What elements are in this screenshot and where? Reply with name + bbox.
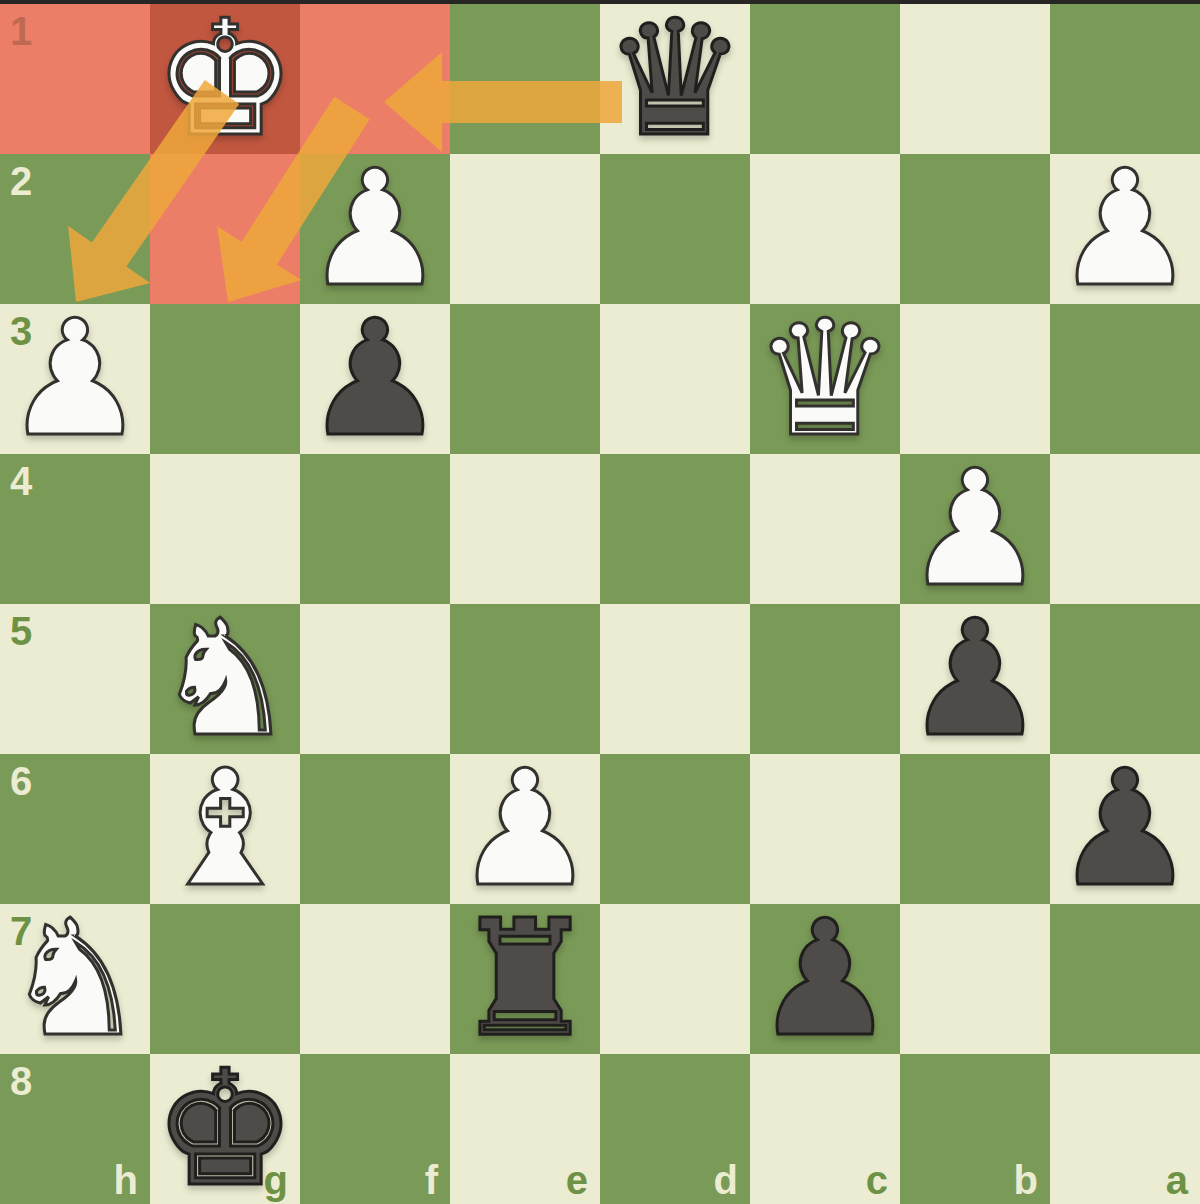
square-b8[interactable]: b [900,1054,1050,1204]
square-a7[interactable] [1050,904,1200,1054]
square-g1[interactable]: ♚ [150,4,300,154]
square-h1[interactable]: 1 [0,4,150,154]
white-pawn[interactable]: ♟ [0,304,150,454]
square-e1[interactable] [450,4,600,154]
square-h5[interactable]: 5 [0,604,150,754]
square-g7[interactable] [150,904,300,1054]
square-b2[interactable] [900,154,1050,304]
black-pawn[interactable]: ♟ [1050,754,1200,904]
square-g5[interactable]: ♞ [150,604,300,754]
file-label-b: b [1014,1160,1038,1200]
white-pawn[interactable]: ♟ [450,754,600,904]
square-d7[interactable] [600,904,750,1054]
square-c1[interactable] [750,4,900,154]
square-b4[interactable]: ♟ [900,454,1050,604]
square-d2[interactable] [600,154,750,304]
white-pawn[interactable]: ♟ [900,454,1050,604]
white-pawn[interactable]: ♟ [300,154,450,304]
square-d6[interactable] [600,754,750,904]
square-a5[interactable] [1050,604,1200,754]
square-f7[interactable] [300,904,450,1054]
square-h6[interactable]: 6 [0,754,150,904]
square-g6[interactable]: ♝ [150,754,300,904]
square-h7[interactable]: 7♞ [0,904,150,1054]
square-f6[interactable] [300,754,450,904]
square-b6[interactable] [900,754,1050,904]
square-e6[interactable]: ♟ [450,754,600,904]
square-e3[interactable] [450,304,600,454]
square-c5[interactable] [750,604,900,754]
white-king[interactable]: ♚ [150,4,300,154]
chess-board: 1♚♛2♟♟3♟♟♛4♟5♞♟6♝♟♟7♞♜♟8hg♚fedcba [0,4,1200,1204]
black-pawn[interactable]: ♟ [300,304,450,454]
file-label-h: h [114,1160,138,1200]
square-e7[interactable]: ♜ [450,904,600,1054]
square-g2[interactable] [150,154,300,304]
square-a6[interactable]: ♟ [1050,754,1200,904]
square-e5[interactable] [450,604,600,754]
file-label-f: f [425,1160,438,1200]
square-f4[interactable] [300,454,450,604]
square-e2[interactable] [450,154,600,304]
square-d4[interactable] [600,454,750,604]
square-a2[interactable]: ♟ [1050,154,1200,304]
file-label-d: d [714,1160,738,1200]
white-queen[interactable]: ♛ [750,304,900,454]
square-a4[interactable] [1050,454,1200,604]
square-c2[interactable] [750,154,900,304]
rank-label-5: 5 [10,611,32,651]
square-h8[interactable]: 8h [0,1054,150,1204]
square-d8[interactable]: d [600,1054,750,1204]
square-h3[interactable]: 3♟ [0,304,150,454]
black-pawn[interactable]: ♟ [900,604,1050,754]
square-g3[interactable] [150,304,300,454]
square-b5[interactable]: ♟ [900,604,1050,754]
square-c7[interactable]: ♟ [750,904,900,1054]
square-a1[interactable] [1050,4,1200,154]
square-e8[interactable]: e [450,1054,600,1204]
square-b3[interactable] [900,304,1050,454]
square-b7[interactable] [900,904,1050,1054]
white-knight[interactable]: ♞ [150,604,300,754]
square-c8[interactable]: c [750,1054,900,1204]
square-c3[interactable]: ♛ [750,304,900,454]
rank-label-2: 2 [10,161,32,201]
file-label-a: a [1166,1160,1188,1200]
file-label-e: e [566,1160,588,1200]
black-queen[interactable]: ♛ [600,4,750,154]
white-bishop[interactable]: ♝ [150,754,300,904]
square-g4[interactable] [150,454,300,604]
square-f8[interactable]: f [300,1054,450,1204]
black-king[interactable]: ♚ [150,1054,300,1204]
square-e4[interactable] [450,454,600,604]
white-knight[interactable]: ♞ [0,904,150,1054]
square-d5[interactable] [600,604,750,754]
file-label-c: c [866,1160,888,1200]
square-a8[interactable]: a [1050,1054,1200,1204]
square-a3[interactable] [1050,304,1200,454]
square-f3[interactable]: ♟ [300,304,450,454]
chess-app-screen: 1♚♛2♟♟3♟♟♛4♟5♞♟6♝♟♟7♞♜♟8hg♚fedcba [0,0,1200,1204]
square-b1[interactable] [900,4,1050,154]
square-f5[interactable] [300,604,450,754]
square-h4[interactable]: 4 [0,454,150,604]
square-f2[interactable]: ♟ [300,154,450,304]
square-h2[interactable]: 2 [0,154,150,304]
square-g8[interactable]: g♚ [150,1054,300,1204]
square-c6[interactable] [750,754,900,904]
square-f1[interactable] [300,4,450,154]
square-d3[interactable] [600,304,750,454]
rank-label-6: 6 [10,761,32,801]
white-pawn[interactable]: ♟ [1050,154,1200,304]
black-pawn[interactable]: ♟ [750,904,900,1054]
rank-label-1: 1 [10,11,32,51]
black-rook[interactable]: ♜ [450,904,600,1054]
square-c4[interactable] [750,454,900,604]
square-d1[interactable]: ♛ [600,4,750,154]
